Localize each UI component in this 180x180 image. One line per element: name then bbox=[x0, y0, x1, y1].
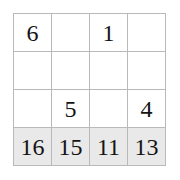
cell-r1-c3: 1 bbox=[90, 14, 127, 51]
cell-r2-c1[interactable] bbox=[14, 52, 51, 89]
sum-cell-c3: 11 bbox=[90, 128, 127, 165]
puzzle-board: 6 1 5 4 16 15 11 13 bbox=[13, 13, 166, 166]
sum-cell-c4: 13 bbox=[128, 128, 165, 165]
sum-cell-c1: 16 bbox=[14, 128, 51, 165]
cell-r1-c1: 6 bbox=[14, 14, 51, 51]
cell-r3-c2: 5 bbox=[52, 90, 89, 127]
cell-r3-c4: 4 bbox=[128, 90, 165, 127]
cell-r3-c3[interactable] bbox=[90, 90, 127, 127]
cell-r3-c1[interactable] bbox=[14, 90, 51, 127]
sum-cell-c2: 15 bbox=[52, 128, 89, 165]
cell-r1-c4[interactable] bbox=[128, 14, 165, 51]
cell-r2-c3[interactable] bbox=[90, 52, 127, 89]
cell-r2-c2[interactable] bbox=[52, 52, 89, 89]
cell-r1-c2[interactable] bbox=[52, 14, 89, 51]
cell-r2-c4[interactable] bbox=[128, 52, 165, 89]
